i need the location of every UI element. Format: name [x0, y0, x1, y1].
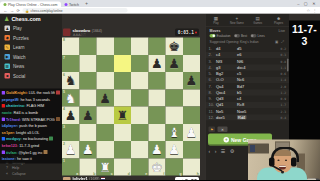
top-player-info: sloowbro (1664) ♙♙♙♘♖ — [73, 28, 102, 36]
webcam-overlay — [248, 140, 320, 181]
sidebar-item-label: Watch — [13, 54, 26, 59]
square-d2[interactable] — [114, 141, 131, 158]
piece-white-knight: ♞ — [62, 89, 79, 106]
bottom-player-rating: (1689) — [89, 177, 99, 180]
move-number: 8. — [209, 90, 217, 95]
piece-white-pawn: ♟ — [79, 141, 96, 158]
move-number: 5. — [209, 71, 217, 76]
move-number: 3. — [209, 59, 217, 64]
black-move[interactable]: Bd7 — [237, 84, 258, 89]
sidebar-nav: ♟Play◆Puzzles✎Learn▶Watch☰News☻Social — [0, 24, 62, 81]
white-move[interactable]: Bg2 — [216, 71, 237, 76]
chat-username[interactable]: lastone: — [2, 157, 17, 162]
panel-tab-games[interactable]: ▤Games — [247, 14, 268, 27]
sidebar-item-label: Learn — [13, 45, 25, 50]
move-time: 1.4 — [281, 78, 286, 82]
toggle-label: Best — [241, 34, 247, 37]
white-move[interactable]: Qd1 — [216, 103, 237, 108]
rank-label: 1 — [63, 159, 65, 163]
move-time: 2.0 — [281, 84, 286, 88]
white-move[interactable]: Nf3 — [216, 59, 237, 64]
move-number: 2. — [209, 53, 217, 58]
twitch-chat-overlay: GoldKnight: LUL the rook liftpepegaW: he… — [0, 89, 62, 164]
sidebar-footer-label: Help — [12, 166, 19, 170]
move-number: 9. — [209, 96, 217, 101]
black-move[interactable]: Nc6 — [237, 78, 258, 83]
opening-row: Suggested Opening: King's Indian ▣ ⤢ — [206, 39, 290, 45]
chat-username[interactable]: novix: — [2, 110, 14, 115]
top-captured-pieces: ♙♙♙♘♖ — [73, 33, 102, 37]
chat-username[interactable]: b4player: — [2, 124, 20, 129]
square-c5[interactable]: ♟ — [97, 89, 114, 106]
panel-tab-label: New Game — [230, 21, 244, 24]
panel-tab-new-game[interactable]: +New Game — [226, 14, 247, 27]
browser-tab-title: Play Chess Online - Chess.com — [8, 3, 57, 7]
moves-header: Moves — [210, 29, 221, 33]
toggle-lines[interactable]: Lines — [251, 34, 265, 38]
panel-tab-label: Games — [253, 21, 262, 24]
white-move[interactable]: Qa4 — [216, 84, 237, 89]
square-d4[interactable]: ♜ — [114, 107, 131, 124]
move-time: 1.2 — [281, 91, 286, 95]
square-h3[interactable]: ♟ — [183, 124, 200, 141]
square-f1[interactable]: f♚ — [148, 158, 165, 175]
sub-badge-icon — [2, 150, 6, 154]
puzzles-icon: ◆ — [5, 35, 11, 41]
white-move[interactable]: d4 — [216, 46, 237, 51]
piece-white-rook: ♜ — [97, 158, 114, 175]
square-g3[interactable]: ♝ — [166, 124, 183, 141]
chat-username[interactable]: kekw123: — [2, 143, 20, 148]
social-icon: ☻ — [5, 73, 11, 79]
piece-black-pawn: ♟ — [148, 55, 165, 72]
browser-tab-bar: Play Chess Online - Chess.com Twitch + –… — [0, 0, 320, 7]
chat-message: lastone: he saw it — [2, 156, 61, 163]
move-nav-controls: ‹›☰⚙ — [209, 149, 235, 155]
forward-icon[interactable]: → — [10, 8, 14, 13]
sidebar-item-play[interactable]: ♟Play — [0, 24, 62, 34]
plus-icon: + — [235, 16, 238, 21]
watch-icon: ▶ — [5, 54, 11, 60]
avatar[interactable] — [63, 29, 71, 37]
url-field[interactable]: 🔒 chess.com/play/online — [22, 8, 127, 13]
file-label: a — [76, 172, 78, 176]
move-time: 0.9 — [281, 97, 286, 101]
sidebar-item-news[interactable]: ☰News — [0, 62, 62, 72]
square-e4[interactable] — [131, 107, 148, 124]
toggle-knob — [251, 35, 254, 38]
square-h7[interactable] — [183, 55, 200, 72]
square-b1[interactable]: b — [79, 158, 96, 175]
move-time: 0.2 — [281, 47, 286, 51]
file-label: e — [145, 172, 147, 176]
toggle-label: Evaluation — [217, 34, 231, 37]
panel-tab-players[interactable]: ☻Players — [268, 14, 289, 27]
low-time-indicator — [195, 31, 197, 33]
square-a3[interactable]: 3 — [62, 124, 79, 141]
square-b6[interactable] — [79, 72, 96, 89]
toggle-track — [210, 34, 216, 38]
players-icon: ☻ — [276, 16, 281, 21]
logo-pawn-icon: ♟ — [4, 15, 9, 22]
menu-icon[interactable]: ☰ — [221, 149, 225, 155]
square-f6[interactable] — [148, 72, 165, 89]
help-icon: ? — [5, 166, 9, 170]
black-move[interactable]: Rd4 — [237, 115, 246, 120]
chat-username[interactable]: chatterino: — [6, 104, 26, 109]
sidebar-item-watch[interactable]: ▶Watch — [0, 52, 62, 62]
browser-tab-title: Twitch — [69, 3, 79, 7]
small-buttons-row: ⚑ ✕ — [209, 127, 228, 133]
chat-username[interactable]: GoldKnight: — [6, 91, 29, 96]
top-player-name[interactable]: sloowbro — [73, 28, 91, 32]
square-e2[interactable] — [131, 141, 148, 158]
square-e8[interactable] — [131, 38, 148, 55]
move-time: 0.4 — [281, 116, 286, 120]
clock-icon: ◷ — [182, 179, 184, 181]
toggle-label: Lines — [258, 34, 265, 37]
black-move[interactable]: Nxe5 — [237, 109, 258, 114]
move-number: 4. — [209, 65, 217, 70]
piece-white-pawn: ♟ — [62, 141, 79, 158]
chat-message: novix: Rd4 is a bomb — [2, 109, 61, 116]
square-g2[interactable]: ♟ — [166, 141, 183, 158]
rank-label: 7 — [63, 55, 65, 59]
square-d1[interactable]: d — [114, 158, 131, 175]
shelf-book — [250, 145, 255, 152]
move-time: 1.7 — [281, 103, 286, 107]
news-icon: ☰ — [5, 64, 11, 70]
url-text: chess.com/play/online — [31, 8, 63, 12]
panel-tabs: ▦Play+New Game▤Games☻Players — [206, 14, 290, 28]
square-h6[interactable]: ♟ — [183, 72, 200, 89]
opening-name: Suggested Opening: King's Indian — [210, 40, 259, 44]
white-move[interactable]: Ne5 — [216, 109, 237, 114]
sidebar-item-puzzles[interactable]: ◆Puzzles — [0, 33, 62, 43]
square-d7[interactable] — [114, 55, 131, 72]
sidebar-footer-label: Collapse — [12, 172, 26, 176]
move-time: 0.3 — [281, 53, 286, 57]
square-e3[interactable] — [131, 124, 148, 141]
plus-icon: + — [223, 137, 229, 143]
top-player-rating: (1664) — [92, 29, 102, 33]
square-a1[interactable]: 1a — [62, 158, 79, 175]
piece-black-pawn: ♟ — [79, 107, 96, 124]
chat-username[interactable]: ttvfan: — [6, 150, 19, 155]
black-move[interactable]: Nf6 — [237, 59, 258, 64]
chat-username[interactable]: pepegaW: — [2, 97, 21, 102]
chat-emote-icon — [56, 117, 60, 121]
move-time: 1.1 — [281, 66, 286, 70]
move-number: 10. — [209, 103, 217, 108]
piece-black-pawn: ♟ — [183, 72, 200, 89]
chess-favicon — [4, 3, 7, 6]
square-d8[interactable] — [114, 38, 131, 55]
piece-white-bishop: ♝ — [166, 124, 183, 141]
square-b5[interactable] — [79, 89, 96, 106]
black-move[interactable]: c4 — [237, 96, 258, 101]
learn-icon: ✎ — [5, 45, 11, 51]
square-f7[interactable]: ♟ — [148, 55, 165, 72]
square-a8[interactable]: 8 — [62, 38, 79, 55]
browser-menu-icon[interactable]: ⋮ — [313, 8, 317, 13]
move-row: 12.dxe5Rd40.4 — [206, 114, 290, 120]
white-move[interactable]: dxe5 — [216, 115, 237, 120]
live-label: Live — [279, 29, 285, 33]
twitch-favicon — [64, 3, 67, 6]
piece-white-pawn: ♟ — [183, 124, 200, 141]
square-b7[interactable] — [79, 55, 96, 72]
chat-message: modguy: no backseating — [2, 136, 61, 143]
black-move[interactable]: b5 — [237, 90, 258, 95]
piece-white-pawn: ♟ — [166, 141, 183, 158]
bottom-player-info: loltyler1 (1689) ♟♟♝♞♜ — [73, 177, 105, 180]
minimize-button[interactable]: – — [297, 1, 299, 6]
rank-label: 3 — [63, 124, 65, 128]
square-c2[interactable] — [97, 141, 114, 158]
square-a5[interactable]: 5♞ — [62, 89, 79, 106]
piece-white-king: ♚ — [148, 158, 165, 175]
piece-black-pawn: ♟ — [97, 89, 114, 106]
square-b8[interactable] — [79, 38, 96, 55]
square-c8[interactable] — [97, 38, 114, 55]
bottom-player-name[interactable]: loltyler1 — [73, 177, 88, 180]
sidebar-item-label: Play — [13, 26, 22, 31]
back-icon[interactable]: ← — [4, 8, 8, 13]
collapse-icon: « — [5, 172, 9, 176]
chat-emote-icon — [44, 150, 48, 154]
square-h1[interactable]: h — [183, 158, 200, 175]
chat-username[interactable]: sn1per: — [2, 130, 17, 135]
square-e5[interactable] — [131, 89, 148, 106]
square-d3[interactable] — [114, 124, 131, 141]
file-label: d — [128, 172, 130, 176]
black-move[interactable]: e6 — [237, 53, 258, 58]
new-tab-button[interactable]: + — [82, 1, 91, 6]
black-move[interactable]: dxc4 — [237, 65, 258, 70]
sidebar-item-learn[interactable]: ✎Learn — [0, 43, 62, 53]
piece-black-king: ♚ — [166, 38, 183, 55]
chat-message: pepegaW: he has 3 seconds — [2, 96, 61, 103]
square-a6[interactable]: 6♞ — [62, 72, 79, 89]
panel-tab-label: Play — [213, 21, 218, 24]
reload-icon[interactable]: ⟳ — [17, 8, 20, 13]
chat-username[interactable]: Tr1hard: — [6, 117, 22, 122]
rank-label: 8 — [63, 38, 65, 42]
square-g8[interactable]: ♚ — [166, 38, 183, 55]
flag-button[interactable]: ⚑ — [209, 127, 216, 133]
square-e1[interactable]: e — [131, 158, 148, 175]
white-move[interactable]: c4 — [216, 53, 237, 58]
play-icon: ♟ — [5, 26, 11, 32]
square-b3[interactable] — [79, 124, 96, 141]
square-f3[interactable] — [148, 124, 165, 141]
square-g5[interactable] — [166, 89, 183, 106]
square-h4[interactable] — [183, 107, 200, 124]
square-f2[interactable]: ♟ — [148, 141, 165, 158]
bookmark-star-icon[interactable]: ☆ — [306, 8, 310, 13]
move-time: 0.6 — [281, 72, 286, 76]
square-c3[interactable] — [97, 124, 114, 141]
white-move[interactable]: g3 — [216, 65, 237, 70]
square-b4[interactable]: ♟ — [79, 107, 96, 124]
square-a7[interactable]: 7 — [62, 55, 79, 72]
move-number: 7. — [209, 84, 217, 89]
toggle-evaluation[interactable]: Evaluation — [210, 34, 231, 38]
cushion — [307, 179, 316, 181]
prev-move-icon[interactable]: ‹ — [209, 149, 211, 155]
piece-black-knight: ♞ — [62, 72, 79, 89]
dismiss-button[interactable]: ✕ — [218, 127, 228, 133]
opening-row-icons[interactable]: ▣ ⤢ — [275, 40, 285, 44]
square-f8[interactable] — [148, 38, 165, 55]
move-time: 0.8 — [281, 59, 286, 63]
sidebar-item-social[interactable]: ☻Social — [0, 71, 62, 81]
sub-badge-icon — [2, 91, 6, 95]
headphone-cup — [291, 158, 297, 167]
mic-icon — [281, 171, 284, 174]
sub-badge-icon — [2, 117, 6, 121]
white-move[interactable]: Qd3 — [216, 96, 237, 101]
black-move[interactable]: d5 — [237, 46, 258, 51]
browser-address-bar: ← → ⟳ 🔒 chess.com/play/online ☆ ⋮ — [0, 7, 320, 14]
chat-message: ttvfan: @tyler1 gg inc — [2, 149, 61, 156]
sub-badge-icon — [2, 137, 6, 141]
square-h2[interactable] — [183, 141, 200, 158]
chat-message: b4player: push the b pawn — [2, 123, 61, 130]
move-list: 1.d4d50.22.c4e60.33.Nf3Nf60.84.g3dxc41.1… — [206, 46, 290, 121]
chat-emote-icon — [49, 137, 53, 141]
bottom-player-bar: loltyler1 (1689) ♟♟♝♞♜ ◷ 2:58 — [62, 176, 200, 180]
square-g6[interactable] — [166, 72, 183, 89]
black-move[interactable]: Rc8 — [237, 103, 258, 108]
toggle-knob — [213, 35, 216, 38]
black-move[interactable]: c5 — [237, 71, 258, 76]
piece-black-pawn: ♟ — [62, 107, 79, 124]
square-g7[interactable]: ♟ — [166, 55, 183, 72]
sub-badge-icon — [2, 104, 6, 108]
piece-black-pawn: ♟ — [166, 55, 183, 72]
browser-tab-chess[interactable]: Play Chess Online - Chess.com — [0, 2, 61, 8]
avatar[interactable] — [63, 177, 71, 180]
top-player-clock: 0:03.1 — [175, 29, 199, 37]
square-b2[interactable]: ♟ — [79, 141, 96, 158]
logo-text: Chess.com — [11, 16, 40, 22]
toggle-track — [234, 34, 240, 38]
square-g1[interactable]: g — [166, 158, 183, 175]
games-list-icon: ▤ — [256, 16, 260, 21]
square-h5[interactable] — [183, 89, 200, 106]
square-g4[interactable] — [166, 107, 183, 124]
close-button[interactable]: ✕ — [312, 1, 315, 6]
square-c6[interactable] — [97, 72, 114, 89]
file-label: b — [93, 172, 95, 176]
board-icon: ▦ — [214, 16, 218, 21]
settings-icon[interactable]: ⚙ — [230, 149, 234, 155]
white-move[interactable]: O-O — [216, 78, 237, 83]
square-h8[interactable] — [183, 38, 200, 55]
file-label: g — [180, 172, 182, 176]
square-d5[interactable] — [114, 89, 131, 106]
square-e7[interactable] — [131, 55, 148, 72]
browser-tab-twitch[interactable]: Twitch — [61, 2, 82, 8]
square-f4[interactable] — [148, 107, 165, 124]
toggle-track — [251, 34, 257, 38]
next-move-icon[interactable]: › — [215, 149, 217, 155]
piece-white-pawn: ♟ — [148, 141, 165, 158]
square-c4[interactable] — [97, 107, 114, 124]
square-f5[interactable] — [148, 89, 165, 106]
chat-emote-icon — [56, 91, 60, 95]
move-number: 1. — [209, 46, 217, 51]
bottom-player-clock: ◷ 2:58 — [175, 177, 199, 180]
toggle-knob — [235, 35, 238, 38]
site-logo[interactable]: ♟ Chess.com — [0, 14, 62, 24]
session-score: 11-7-3 — [289, 23, 320, 47]
square-d6[interactable] — [114, 72, 131, 89]
move-number: 6. — [209, 78, 217, 83]
file-label: h — [197, 172, 199, 176]
square-a2[interactable]: 2♟ — [62, 141, 79, 158]
panel-tab-label: Players — [274, 21, 283, 24]
white-move[interactable]: Qxc4 — [216, 90, 237, 95]
toggle-best[interactable]: Best — [234, 34, 247, 38]
maximize-button[interactable]: ▢ — [304, 1, 308, 6]
square-c1[interactable]: c♜ — [97, 158, 114, 175]
stream-frame: Play Chess Online - Chess.com Twitch + –… — [0, 0, 320, 180]
chat-username[interactable]: modguy: — [6, 137, 23, 142]
move-number: 12. — [209, 115, 217, 120]
sidebar-item-label: Puzzles — [13, 35, 29, 40]
panel-tab-play[interactable]: ▦Play — [206, 14, 227, 27]
square-e6[interactable] — [131, 72, 148, 89]
lock-icon: 🔒 — [25, 8, 29, 12]
top-player-bar: sloowbro (1664) ♙♙♙♘♖ 0:03.1 — [62, 28, 200, 38]
move-number: 11. — [209, 109, 217, 114]
chess-board: 8♚7♟♟6♞♟5♞♟4♟♟♜3♝♟2♟♟♟♟1abc♜def♚gh — [62, 38, 200, 176]
sidebar-footer-collapse[interactable]: «Collapse — [0, 171, 62, 177]
sidebar-item-label: Social — [13, 73, 25, 78]
square-c7[interactable] — [97, 55, 114, 72]
chess-site-page: ♟ Chess.com ♟Play◆Puzzles✎Learn▶Watch☰Ne… — [0, 14, 320, 181]
flag-icon — [101, 177, 105, 180]
window-controls: – ▢ ✕ — [293, 1, 320, 6]
square-a4[interactable]: 4♟ — [62, 107, 79, 124]
move-time: 2.3 — [281, 109, 286, 113]
piece-black-rook: ♜ — [114, 107, 131, 124]
sidebar-item-label: News — [13, 64, 24, 69]
